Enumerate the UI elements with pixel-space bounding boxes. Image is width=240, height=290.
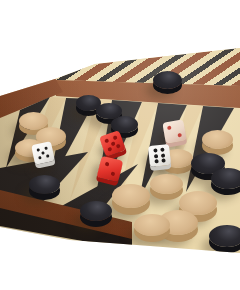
die-pip (111, 172, 116, 177)
die-pip (154, 158, 158, 162)
die-pip (104, 161, 109, 166)
black-checker[interactable] (211, 168, 240, 189)
light-checker[interactable] (150, 174, 183, 194)
die-pip (41, 151, 45, 155)
product-photo-stage (0, 0, 240, 290)
die-pip (167, 125, 172, 130)
black-checker[interactable] (153, 71, 182, 89)
die-pip (152, 148, 156, 152)
die-pip (112, 135, 117, 140)
die-pip (115, 143, 120, 148)
white-die[interactable] (147, 143, 170, 166)
backgammon-board (0, 0, 240, 290)
light-checker[interactable] (112, 184, 150, 208)
die-pip (160, 147, 164, 151)
light-checker[interactable] (202, 130, 233, 149)
black-checker[interactable] (29, 175, 60, 194)
pale-die[interactable] (162, 119, 186, 143)
light-checker[interactable] (134, 214, 170, 236)
die-pip (104, 138, 109, 143)
die-pip (107, 146, 112, 151)
die-pip (36, 148, 40, 152)
die-pip (161, 152, 165, 156)
black-checker[interactable] (111, 116, 138, 133)
die-pip (109, 140, 114, 145)
white-die[interactable] (31, 141, 55, 165)
die-pip (161, 158, 165, 162)
black-checker[interactable] (209, 225, 240, 247)
black-checker[interactable] (80, 201, 112, 221)
die-pip (45, 146, 49, 150)
die-pip (38, 156, 42, 160)
die-pip (177, 132, 182, 137)
die-pip (46, 155, 50, 159)
die-pip (153, 153, 157, 157)
